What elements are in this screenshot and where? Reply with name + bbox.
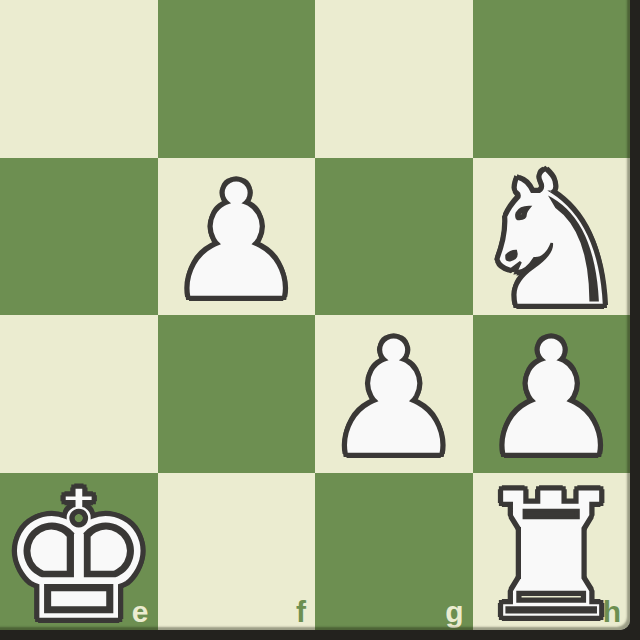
chess-board: ♟♞♟♟♚efg♜h [0,0,630,630]
square-e1[interactable]: ♚e [0,473,158,631]
square-g3[interactable] [315,158,473,316]
square-e2[interactable] [0,315,158,473]
file-label-g: g [445,597,463,627]
square-g2[interactable]: ♟ [315,315,473,473]
file-label-e: e [132,597,149,627]
white-pawn[interactable]: ♟ [315,320,473,478]
square-e3[interactable] [0,158,158,316]
square-g4[interactable] [315,0,473,158]
white-knight[interactable]: ♞ [473,163,631,321]
square-g1[interactable]: g [315,473,473,631]
square-h2[interactable]: ♟ [473,315,631,473]
square-f1[interactable]: f [158,473,316,631]
square-f4[interactable] [158,0,316,158]
square-f2[interactable] [158,315,316,473]
file-label-f: f [296,597,306,627]
square-h1[interactable]: ♜h [473,473,631,631]
white-pawn[interactable]: ♟ [158,163,316,321]
file-label-h: h [603,597,621,627]
square-e4[interactable] [0,0,158,158]
square-h3[interactable]: ♞ [473,158,631,316]
square-f3[interactable]: ♟ [158,158,316,316]
page-background: { "game": "chess", "position": { "fen": … [0,0,640,640]
